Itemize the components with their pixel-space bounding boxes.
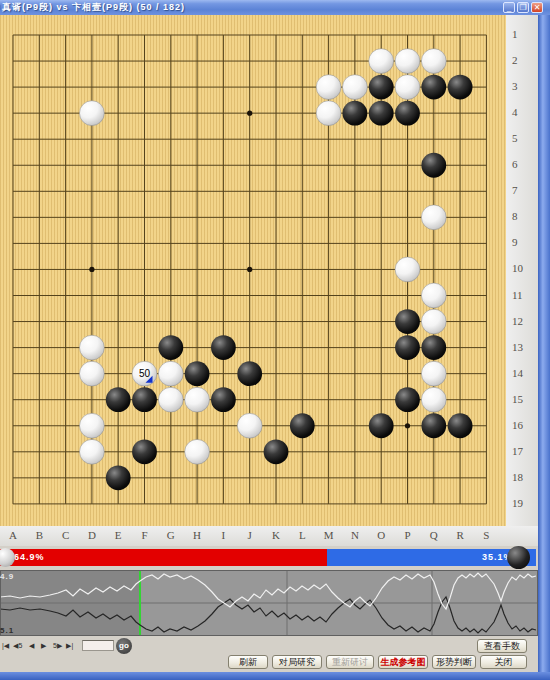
- close-button[interactable]: ✕: [531, 2, 543, 13]
- column-label-R: R: [454, 529, 466, 541]
- nav-button-0[interactable]: |◀: [2, 640, 9, 652]
- action-button-row: 刷新 对局研究 重新研讨 生成参考图 形势判断 关闭: [0, 655, 550, 669]
- white-stone-Q15: [421, 387, 446, 412]
- white-stone-G15: [158, 387, 183, 412]
- column-label-F: F: [139, 529, 151, 541]
- white-stone-D17: [80, 439, 105, 464]
- board-grid: 50: [0, 15, 506, 526]
- white-stone-Q8: [421, 205, 446, 230]
- window-title: 申真谞(P9段) vs 卞相壹(P9段) (50 / 182): [0, 1, 185, 14]
- go-board[interactable]: 50: [0, 15, 506, 526]
- row-label-15: 15: [512, 393, 532, 405]
- column-label-H: H: [191, 529, 203, 541]
- winrate-bar: 64.9% 35.1%: [0, 549, 536, 566]
- black-stone-R16: [448, 413, 473, 438]
- column-label-J: J: [244, 529, 256, 541]
- white-stone-O2: [369, 49, 394, 74]
- black-stone-Q6: [421, 153, 446, 178]
- row-label-18: 18: [512, 471, 532, 483]
- graph-bottom-label: 5.1: [0, 626, 14, 635]
- black-stone-K17: [264, 439, 289, 464]
- black-stone-P4: [395, 101, 420, 126]
- column-label-C: C: [60, 529, 72, 541]
- move-number-input[interactable]: [82, 640, 114, 651]
- column-label-S: S: [480, 529, 492, 541]
- black-stone-L16: [290, 413, 315, 438]
- black-stone-I13: [211, 335, 236, 360]
- row-coordinate-strip: 12345678910111213141516171819: [506, 15, 538, 526]
- row-label-13: 13: [512, 341, 532, 353]
- column-label-D: D: [86, 529, 98, 541]
- white-stone-H15: [185, 387, 210, 412]
- move-navigation: go |◀◀5◀▶5▶▶|: [0, 639, 550, 653]
- black-stone-H14: [185, 361, 210, 386]
- column-label-O: O: [375, 529, 387, 541]
- column-label-E: E: [112, 529, 124, 541]
- go-button[interactable]: go: [116, 638, 132, 654]
- minimize-button[interactable]: _: [503, 2, 515, 13]
- black-stone-Q13: [421, 335, 446, 360]
- nav-button-1[interactable]: ◀5: [13, 640, 22, 652]
- restore-button[interactable]: ❐: [517, 2, 529, 13]
- app-window: 申真谞(P9段) vs 卞相壹(P9段) (50 / 182) _ ❐ ✕ 50…: [0, 0, 550, 680]
- position-judgment-button[interactable]: 形势判断: [432, 655, 476, 669]
- black-stone-G13: [158, 335, 183, 360]
- black-stone-E18: [106, 465, 131, 490]
- row-label-16: 16: [512, 419, 532, 431]
- column-label-I: I: [217, 529, 229, 541]
- game-research-button[interactable]: 对局研究: [272, 655, 322, 669]
- window-bottom-border: [0, 672, 550, 680]
- white-stone-M4: [316, 101, 341, 126]
- white-stone-H17: [185, 439, 210, 464]
- column-label-L: L: [296, 529, 308, 541]
- black-stone-F17: [132, 439, 157, 464]
- nav-button-4[interactable]: 5▶: [53, 640, 62, 652]
- last-move-number: 50: [139, 368, 151, 379]
- white-stone-P3: [395, 75, 420, 100]
- white-stone-Q2: [421, 49, 446, 74]
- column-label-N: N: [349, 529, 361, 541]
- row-label-11: 11: [512, 289, 532, 301]
- row-label-1: 1: [512, 28, 532, 40]
- column-label-Q: Q: [428, 529, 440, 541]
- black-stone-I15: [211, 387, 236, 412]
- white-stone-D14: [80, 361, 105, 386]
- row-label-5: 5: [512, 132, 532, 144]
- black-stone-Q3: [421, 75, 446, 100]
- black-stone-J14: [237, 361, 262, 386]
- column-label-B: B: [33, 529, 45, 541]
- title-bar[interactable]: 申真谞(P9段) vs 卞相壹(P9段) (50 / 182) _ ❐ ✕: [0, 0, 550, 16]
- black-stone-O16: [369, 413, 394, 438]
- column-label-M: M: [323, 529, 335, 541]
- white-stone-D4: [80, 101, 105, 126]
- black-stone-O3: [369, 75, 394, 100]
- black-stone-Q16: [421, 413, 446, 438]
- row-label-19: 19: [512, 497, 532, 509]
- restudy-button-disabled: 重新研讨: [326, 655, 374, 669]
- column-label-G: G: [165, 529, 177, 541]
- refresh-button[interactable]: 刷新: [228, 655, 268, 669]
- white-stone-Q14: [421, 361, 446, 386]
- white-stone-Q11: [421, 283, 446, 308]
- nav-button-5[interactable]: ▶|: [66, 640, 73, 652]
- graph-top-label: 4.9: [0, 572, 14, 581]
- black-stone-P12: [395, 309, 420, 334]
- row-label-8: 8: [512, 210, 532, 222]
- black-stone-E15: [106, 387, 131, 412]
- white-stone-Q12: [421, 309, 446, 334]
- generate-reference-button[interactable]: 生成参考图: [378, 655, 428, 669]
- row-label-12: 12: [512, 315, 532, 327]
- row-label-9: 9: [512, 236, 532, 248]
- row-label-2: 2: [512, 54, 532, 66]
- close-app-button[interactable]: 关闭: [480, 655, 527, 669]
- star-point: [89, 267, 94, 272]
- star-point: [247, 111, 252, 116]
- row-label-10: 10: [512, 262, 532, 274]
- row-label-6: 6: [512, 158, 532, 170]
- white-stone-N3: [343, 75, 368, 100]
- star-point: [405, 423, 410, 428]
- row-label-4: 4: [512, 106, 532, 118]
- column-label-A: A: [7, 529, 19, 541]
- white-winrate-value: 64.9%: [14, 552, 45, 562]
- white-stone-D13: [80, 335, 105, 360]
- white-stone-P2: [395, 49, 420, 74]
- column-label-P: P: [402, 529, 414, 541]
- black-stone-R3: [448, 75, 473, 100]
- white-stone-D16: [80, 413, 105, 438]
- black-stone-O4: [369, 101, 394, 126]
- nav-button-2[interactable]: ◀: [29, 640, 34, 652]
- winrate-graph[interactable]: [0, 570, 538, 636]
- nav-button-3[interactable]: ▶: [41, 640, 46, 652]
- winrate-red-segment: [0, 549, 327, 566]
- star-point: [247, 267, 252, 272]
- black-stone-P13: [395, 335, 420, 360]
- column-coordinate-strip: ABCDEFGHIJKLMNOPQRS: [0, 526, 538, 546]
- row-label-14: 14: [512, 367, 532, 379]
- view-move-numbers-button[interactable]: 查看手数: [477, 639, 527, 653]
- black-stone-F15: [132, 387, 157, 412]
- black-stone-N4: [343, 101, 368, 126]
- white-stone-M3: [316, 75, 341, 100]
- black-stone-P15: [395, 387, 420, 412]
- white-stone-J16: [237, 413, 262, 438]
- column-label-K: K: [270, 529, 282, 541]
- row-label-3: 3: [512, 80, 532, 92]
- black-stone-icon: [507, 546, 530, 569]
- white-stone-P10: [395, 257, 420, 282]
- window-right-border: [538, 15, 550, 680]
- row-label-17: 17: [512, 445, 532, 457]
- row-label-7: 7: [512, 184, 532, 196]
- white-stone-G14: [158, 361, 183, 386]
